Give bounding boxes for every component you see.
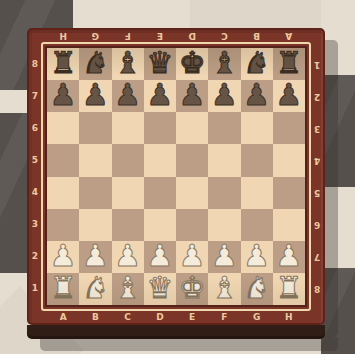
square-f6[interactable]: [208, 112, 240, 144]
file-label: H: [47, 30, 79, 42]
rank-labels-right: 87654321: [311, 48, 323, 305]
file-label: G: [241, 311, 273, 323]
piece-white-pawn[interactable]: ♟: [211, 241, 238, 271]
file-label: A: [47, 311, 79, 323]
piece-black-queen[interactable]: ♛: [146, 48, 173, 78]
square-e3[interactable]: [176, 209, 208, 241]
square-a6[interactable]: [47, 112, 79, 144]
piece-white-rook[interactable]: ♜: [50, 273, 77, 303]
square-g5[interactable]: [241, 144, 273, 176]
square-e4[interactable]: [176, 177, 208, 209]
square-c2[interactable]: ♟: [112, 241, 144, 273]
square-e1[interactable]: ♚: [176, 273, 208, 305]
square-c4[interactable]: [112, 177, 144, 209]
square-g7[interactable]: ♟: [241, 80, 273, 112]
rank-label: 3: [311, 112, 323, 144]
square-f5[interactable]: [208, 144, 240, 176]
floor-dark-square: [321, 75, 355, 187]
square-c1[interactable]: ♝: [112, 273, 144, 305]
square-e5[interactable]: [176, 144, 208, 176]
floor-dark-square: [0, 113, 27, 273]
square-d8[interactable]: ♛: [144, 48, 176, 80]
square-b2[interactable]: ♟: [79, 241, 111, 273]
square-e6[interactable]: [176, 112, 208, 144]
square-d6[interactable]: [144, 112, 176, 144]
board-frame: ABCDEFGH ABCDEFGH 87654321 87654321 ♜♞♝♛…: [27, 28, 325, 325]
square-e2[interactable]: ♟: [176, 241, 208, 273]
square-b3[interactable]: [79, 209, 111, 241]
square-c3[interactable]: [112, 209, 144, 241]
piece-black-king[interactable]: ♚: [179, 48, 206, 78]
file-label: B: [241, 30, 273, 42]
square-h7[interactable]: ♟: [273, 80, 305, 112]
square-h8[interactable]: ♜: [273, 48, 305, 80]
square-b8[interactable]: ♞: [79, 48, 111, 80]
chess-scene: ABCDEFGH ABCDEFGH 87654321 87654321 ♜♞♝♛…: [0, 0, 355, 354]
square-b1[interactable]: ♞: [79, 273, 111, 305]
piece-black-pawn[interactable]: ♟: [275, 80, 302, 110]
piece-white-knight[interactable]: ♞: [82, 273, 109, 303]
piece-white-pawn[interactable]: ♟: [243, 241, 270, 271]
square-h4[interactable]: [273, 177, 305, 209]
file-label: E: [144, 30, 176, 42]
floor-dark-square: [321, 268, 355, 354]
rank-label: 4: [29, 177, 41, 209]
square-g6[interactable]: [241, 112, 273, 144]
square-f2[interactable]: ♟: [208, 241, 240, 273]
rank-label: 1: [29, 273, 41, 305]
square-d7[interactable]: ♟: [144, 80, 176, 112]
square-g2[interactable]: ♟: [241, 241, 273, 273]
chessboard: ABCDEFGH ABCDEFGH 87654321 87654321 ♜♞♝♛…: [27, 28, 325, 339]
file-label: G: [79, 30, 111, 42]
square-e7[interactable]: ♟: [176, 80, 208, 112]
square-e8[interactable]: ♚: [176, 48, 208, 80]
rank-label: 1: [311, 48, 323, 80]
square-h3[interactable]: [273, 209, 305, 241]
piece-white-pawn[interactable]: ♟: [50, 241, 77, 271]
square-d5[interactable]: [144, 144, 176, 176]
square-g8[interactable]: ♞: [241, 48, 273, 80]
piece-white-pawn[interactable]: ♟: [114, 241, 141, 271]
rank-label: 4: [311, 144, 323, 176]
piece-black-bishop[interactable]: ♝: [211, 48, 238, 78]
square-f3[interactable]: [208, 209, 240, 241]
board-side-edge: [27, 325, 325, 339]
square-b6[interactable]: [79, 112, 111, 144]
piece-black-pawn[interactable]: ♟: [211, 80, 238, 110]
square-a3[interactable]: [47, 209, 79, 241]
board-grid-border: ♜♞♝♛♚♝♞♜♟♟♟♟♟♟♟♟♟♟♟♟♟♟♟♟♜♞♝♛♚♝♞♜: [45, 46, 307, 307]
file-label: C: [208, 30, 240, 42]
square-c5[interactable]: [112, 144, 144, 176]
rank-label: 5: [311, 177, 323, 209]
square-a8[interactable]: ♜: [47, 48, 79, 80]
square-a5[interactable]: [47, 144, 79, 176]
file-label: F: [112, 30, 144, 42]
rank-label: 7: [29, 80, 41, 112]
square-b4[interactable]: [79, 177, 111, 209]
square-g4[interactable]: [241, 177, 273, 209]
piece-white-pawn[interactable]: ♟: [179, 241, 206, 271]
rank-label: 2: [29, 241, 41, 273]
square-c8[interactable]: ♝: [112, 48, 144, 80]
file-labels-top: ABCDEFGH: [47, 30, 305, 42]
piece-black-pawn[interactable]: ♟: [82, 80, 109, 110]
square-h2[interactable]: ♟: [273, 241, 305, 273]
square-f7[interactable]: ♟: [208, 80, 240, 112]
rank-label: 6: [311, 209, 323, 241]
piece-black-knight[interactable]: ♞: [82, 48, 109, 78]
square-d4[interactable]: [144, 177, 176, 209]
piece-white-rook[interactable]: ♜: [275, 273, 302, 303]
piece-white-bishop[interactable]: ♝: [114, 273, 141, 303]
square-d1[interactable]: ♛: [144, 273, 176, 305]
square-f1[interactable]: ♝: [208, 273, 240, 305]
rank-label: 3: [29, 209, 41, 241]
file-label: D: [176, 30, 208, 42]
square-h1[interactable]: ♜: [273, 273, 305, 305]
square-b7[interactable]: ♟: [79, 80, 111, 112]
rank-label: 7: [311, 241, 323, 273]
piece-black-pawn[interactable]: ♟: [50, 80, 77, 110]
square-f4[interactable]: [208, 177, 240, 209]
piece-black-pawn[interactable]: ♟: [243, 80, 270, 110]
rank-label: 8: [29, 48, 41, 80]
square-d2[interactable]: ♟: [144, 241, 176, 273]
rank-label: 5: [29, 144, 41, 176]
square-b5[interactable]: [79, 144, 111, 176]
piece-white-knight[interactable]: ♞: [243, 273, 270, 303]
square-g3[interactable]: [241, 209, 273, 241]
rank-label: 2: [311, 80, 323, 112]
piece-white-pawn[interactable]: ♟: [82, 241, 109, 271]
file-label: C: [112, 311, 144, 323]
file-label: A: [273, 30, 305, 42]
square-c6[interactable]: [112, 112, 144, 144]
piece-black-bishop[interactable]: ♝: [114, 48, 141, 78]
file-label: E: [176, 311, 208, 323]
board-inner-frame: ♜♞♝♛♚♝♞♜♟♟♟♟♟♟♟♟♟♟♟♟♟♟♟♟♜♞♝♛♚♝♞♜: [41, 42, 311, 311]
square-h6[interactable]: [273, 112, 305, 144]
file-label: B: [79, 311, 111, 323]
piece-black-knight[interactable]: ♞: [243, 48, 270, 78]
rank-label: 6: [29, 112, 41, 144]
square-a2[interactable]: ♟: [47, 241, 79, 273]
rank-label: 8: [311, 273, 323, 305]
piece-white-queen[interactable]: ♛: [146, 273, 173, 303]
square-a7[interactable]: ♟: [47, 80, 79, 112]
piece-black-rook[interactable]: ♜: [50, 48, 77, 78]
piece-black-pawn[interactable]: ♟: [146, 80, 173, 110]
square-g1[interactable]: ♞: [241, 273, 273, 305]
board-grid: ♜♞♝♛♚♝♞♜♟♟♟♟♟♟♟♟♟♟♟♟♟♟♟♟♜♞♝♛♚♝♞♜: [47, 48, 305, 305]
piece-white-bishop[interactable]: ♝: [211, 273, 238, 303]
square-f8[interactable]: ♝: [208, 48, 240, 80]
square-d3[interactable]: [144, 209, 176, 241]
piece-black-pawn[interactable]: ♟: [114, 80, 141, 110]
square-a4[interactable]: [47, 177, 79, 209]
file-label: F: [208, 311, 240, 323]
file-label: H: [273, 311, 305, 323]
piece-white-pawn[interactable]: ♟: [275, 241, 302, 271]
rank-labels-left: 87654321: [29, 48, 41, 305]
piece-black-rook[interactable]: ♜: [275, 48, 302, 78]
piece-white-king[interactable]: ♚: [179, 273, 206, 303]
square-h5[interactable]: [273, 144, 305, 176]
square-c7[interactable]: ♟: [112, 80, 144, 112]
piece-black-pawn[interactable]: ♟: [179, 80, 206, 110]
file-labels-bottom: ABCDEFGH: [47, 311, 305, 323]
square-a1[interactable]: ♜: [47, 273, 79, 305]
piece-white-pawn[interactable]: ♟: [146, 241, 173, 271]
file-label: D: [144, 311, 176, 323]
